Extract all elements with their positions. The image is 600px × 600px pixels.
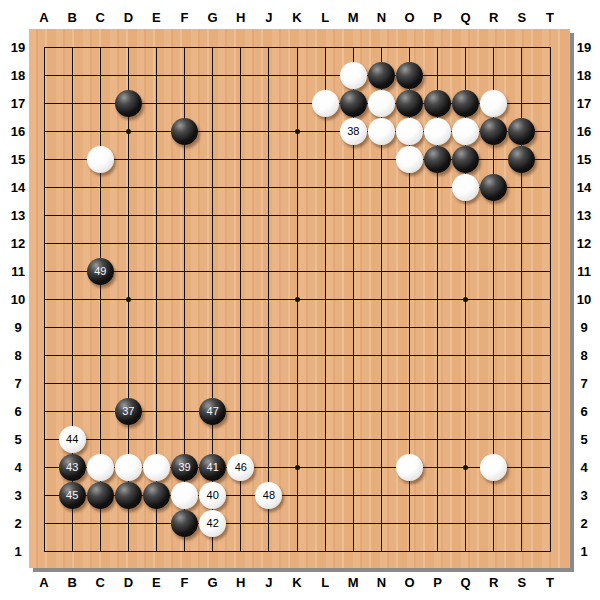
stone-H4: 46 xyxy=(227,454,254,481)
stone-R16 xyxy=(480,118,507,145)
stone-move-number: 38 xyxy=(347,126,359,137)
stone-P16 xyxy=(424,118,451,145)
coord-letter-top: N xyxy=(377,10,386,25)
coord-letter-bottom: O xyxy=(404,575,414,590)
stone-C15 xyxy=(87,146,114,173)
stone-B4: 43 xyxy=(59,454,86,481)
coord-number-right: 6 xyxy=(580,404,587,419)
stone-P17 xyxy=(424,90,451,117)
stone-move-number: 37 xyxy=(122,406,134,417)
board-stones-grid: 38493747444339414645404842 xyxy=(30,33,564,565)
coord-letter-bottom: L xyxy=(321,575,329,590)
coord-letter-top: K xyxy=(292,10,301,25)
coord-letter-bottom: B xyxy=(67,575,76,590)
stone-Q16 xyxy=(452,118,479,145)
coord-letter-top: G xyxy=(208,10,218,25)
coord-number-right: 15 xyxy=(577,152,591,167)
stone-E3 xyxy=(143,482,170,509)
stone-R4 xyxy=(480,454,507,481)
coord-number-left: 11 xyxy=(11,264,25,279)
stone-C3 xyxy=(87,482,114,509)
coord-number-left: 10 xyxy=(11,292,25,307)
go-board[interactable]: 38493747444339414645404842 xyxy=(29,29,570,568)
stone-move-number: 49 xyxy=(94,266,106,277)
coord-letter-bottom: P xyxy=(433,575,442,590)
stone-D6: 37 xyxy=(115,398,142,425)
coord-letter-top: D xyxy=(124,10,133,25)
coord-number-right: 4 xyxy=(580,460,587,475)
stone-E4 xyxy=(143,454,170,481)
coord-letter-top: E xyxy=(152,10,161,25)
stone-N17 xyxy=(368,90,395,117)
stone-G2: 42 xyxy=(199,510,226,537)
coord-number-right: 14 xyxy=(577,180,591,195)
coord-letter-bottom: J xyxy=(265,575,272,590)
coord-letter-bottom: G xyxy=(208,575,218,590)
coord-number-right: 19 xyxy=(577,40,591,55)
coord-number-right: 1 xyxy=(580,544,587,559)
coord-letter-top: B xyxy=(67,10,76,25)
coord-letter-top: R xyxy=(489,10,498,25)
stone-P15 xyxy=(424,146,451,173)
stone-move-number: 44 xyxy=(66,434,78,445)
coord-number-left: 4 xyxy=(14,460,21,475)
stone-move-number: 40 xyxy=(207,490,219,501)
coord-letter-bottom: F xyxy=(181,575,189,590)
stone-move-number: 41 xyxy=(207,462,219,473)
coord-number-left: 18 xyxy=(11,68,25,83)
coord-letter-bottom: K xyxy=(292,575,301,590)
coord-letter-bottom: A xyxy=(39,575,48,590)
coord-number-left: 12 xyxy=(11,236,25,251)
coord-number-right: 7 xyxy=(580,376,587,391)
stone-M17 xyxy=(340,90,367,117)
stone-move-number: 43 xyxy=(66,462,78,473)
stone-O4 xyxy=(396,454,423,481)
stone-move-number: 39 xyxy=(178,462,190,473)
coord-number-right: 18 xyxy=(577,68,591,83)
stone-Q15 xyxy=(452,146,479,173)
coord-letter-top: O xyxy=(404,10,414,25)
stone-D3 xyxy=(115,482,142,509)
coord-letter-bottom: Q xyxy=(461,575,471,590)
coord-number-left: 1 xyxy=(14,544,21,559)
stone-F16 xyxy=(171,118,198,145)
coord-letter-bottom: M xyxy=(348,575,359,590)
coord-letter-top: A xyxy=(39,10,48,25)
stone-F3 xyxy=(171,482,198,509)
coord-letter-bottom: D xyxy=(124,575,133,590)
coord-letter-top: M xyxy=(348,10,359,25)
coord-number-right: 12 xyxy=(577,236,591,251)
coord-number-right: 17 xyxy=(577,96,591,111)
coord-letter-bottom: N xyxy=(377,575,386,590)
stone-move-number: 48 xyxy=(263,490,275,501)
stone-C11: 49 xyxy=(87,258,114,285)
stone-B5: 44 xyxy=(59,426,86,453)
stone-S16 xyxy=(508,118,535,145)
coord-number-right: 10 xyxy=(577,292,591,307)
stone-G6: 47 xyxy=(199,398,226,425)
stone-O17 xyxy=(396,90,423,117)
coord-letter-bottom: H xyxy=(236,575,245,590)
stone-F4: 39 xyxy=(171,454,198,481)
coord-number-left: 14 xyxy=(11,180,25,195)
stone-J3: 48 xyxy=(255,482,282,509)
stone-M16: 38 xyxy=(340,118,367,145)
coord-number-left: 17 xyxy=(11,96,25,111)
stone-move-number: 47 xyxy=(207,406,219,417)
coord-number-right: 2 xyxy=(580,516,587,531)
coord-number-left: 13 xyxy=(11,208,25,223)
coord-number-right: 5 xyxy=(580,432,587,447)
coord-letter-top: F xyxy=(181,10,189,25)
stone-Q17 xyxy=(452,90,479,117)
stone-C4 xyxy=(87,454,114,481)
coord-number-left: 15 xyxy=(11,152,25,167)
stone-move-number: 45 xyxy=(66,490,78,501)
stone-O15 xyxy=(396,146,423,173)
coord-number-right: 3 xyxy=(580,488,587,503)
go-diagram: 38493747444339414645404842 AA1919BB1818C… xyxy=(0,0,600,600)
stone-L17 xyxy=(312,90,339,117)
stone-S15 xyxy=(508,146,535,173)
coord-number-left: 3 xyxy=(14,488,21,503)
coord-letter-top: P xyxy=(433,10,442,25)
stone-N18 xyxy=(368,62,395,89)
coord-letter-top: S xyxy=(518,10,527,25)
coord-number-right: 11 xyxy=(577,264,591,279)
coord-letter-bottom: T xyxy=(546,575,554,590)
coord-number-left: 8 xyxy=(14,348,21,363)
stone-D17 xyxy=(115,90,142,117)
coord-letter-top: T xyxy=(546,10,554,25)
stone-R17 xyxy=(480,90,507,117)
stone-R14 xyxy=(480,174,507,201)
coord-number-left: 7 xyxy=(14,376,21,391)
coord-number-right: 16 xyxy=(577,124,591,139)
coord-number-left: 19 xyxy=(11,40,25,55)
coord-letter-bottom: R xyxy=(489,575,498,590)
coord-letter-bottom: E xyxy=(152,575,161,590)
coord-letter-top: Q xyxy=(461,10,471,25)
coord-letter-top: C xyxy=(96,10,105,25)
coord-letter-top: L xyxy=(321,10,329,25)
stone-G4: 41 xyxy=(199,454,226,481)
coord-number-left: 6 xyxy=(14,404,21,419)
coord-letter-bottom: S xyxy=(518,575,527,590)
stone-B3: 45 xyxy=(59,482,86,509)
coord-number-right: 8 xyxy=(580,348,587,363)
stone-M18 xyxy=(340,62,367,89)
coord-number-right: 9 xyxy=(580,320,587,335)
stone-move-number: 46 xyxy=(235,462,247,473)
go-diagram-page: { "game": "go", "board_size": 19, "board… xyxy=(0,0,600,600)
stone-Q14 xyxy=(452,174,479,201)
stone-D4 xyxy=(115,454,142,481)
coord-letter-top: J xyxy=(265,10,272,25)
coord-number-left: 16 xyxy=(11,124,25,139)
coord-number-left: 9 xyxy=(14,320,21,335)
coord-letter-top: H xyxy=(236,10,245,25)
coord-number-left: 2 xyxy=(14,516,21,531)
stone-N16 xyxy=(368,118,395,145)
coord-letter-bottom: C xyxy=(96,575,105,590)
coord-number-right: 13 xyxy=(577,208,591,223)
coord-number-left: 5 xyxy=(14,432,21,447)
stone-move-number: 42 xyxy=(207,518,219,529)
stone-O18 xyxy=(396,62,423,89)
stone-G3: 40 xyxy=(199,482,226,509)
stone-F2 xyxy=(171,510,198,537)
stone-O16 xyxy=(396,118,423,145)
